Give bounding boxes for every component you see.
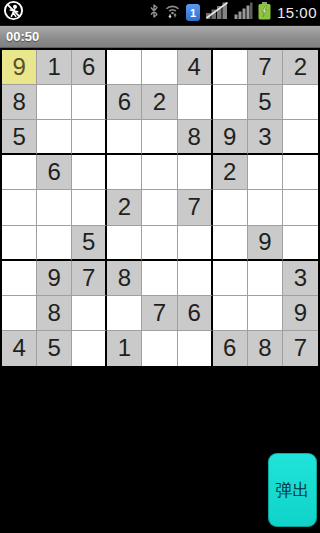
cell-r7c3[interactable]: 7 [72, 261, 107, 296]
cell-r5c3[interactable] [72, 190, 107, 225]
cell-r7c5[interactable] [142, 261, 177, 296]
phone-screen: 1 [0, 0, 320, 533]
cell-r8c2[interactable]: 8 [37, 296, 72, 331]
cell-r3c4[interactable] [107, 120, 142, 155]
cell-r5c2[interactable] [37, 190, 72, 225]
cell-r1c7[interactable] [213, 50, 248, 85]
cell-r6c2[interactable] [37, 226, 72, 261]
cell-r3c9[interactable] [283, 120, 318, 155]
cell-r6c3[interactable]: 5 [72, 226, 107, 261]
cell-r1c8[interactable]: 7 [248, 50, 283, 85]
cell-r2c6[interactable] [178, 85, 213, 120]
cell-r3c7[interactable]: 9 [213, 120, 248, 155]
cell-r9c6[interactable] [178, 331, 213, 366]
sudoku-board: 9164728625589362275997838769451687 [0, 48, 320, 368]
cell-r4c4[interactable] [107, 155, 142, 190]
cell-r9c9[interactable]: 7 [283, 331, 318, 366]
popup-button[interactable]: 弹出 [268, 453, 317, 527]
signal-strength-icon [234, 2, 253, 23]
cell-r3c8[interactable]: 3 [248, 120, 283, 155]
cell-r7c4[interactable]: 8 [107, 261, 142, 296]
cell-r4c3[interactable] [72, 155, 107, 190]
battery-charging-icon [258, 2, 271, 24]
cell-r2c8[interactable]: 5 [248, 85, 283, 120]
cell-r7c7[interactable] [213, 261, 248, 296]
wifi-activity-icon [164, 2, 181, 23]
cell-r4c7[interactable]: 2 [213, 155, 248, 190]
cell-r9c2[interactable]: 5 [37, 331, 72, 366]
cell-r1c3[interactable]: 6 [72, 50, 107, 85]
cell-r4c5[interactable] [142, 155, 177, 190]
cell-r7c8[interactable] [248, 261, 283, 296]
cell-r9c4[interactable]: 1 [107, 331, 142, 366]
cell-r1c6[interactable]: 4 [178, 50, 213, 85]
signal-roaming-icon [205, 2, 229, 23]
cell-r5c1[interactable] [2, 190, 37, 225]
sim-badge: 1 [186, 4, 200, 21]
status-clock: 15:00 [276, 4, 317, 21]
cell-r8c9[interactable]: 9 [283, 296, 318, 331]
cell-r9c3[interactable] [72, 331, 107, 366]
timer-bar: 00:50 [0, 26, 320, 48]
cell-r3c5[interactable] [142, 120, 177, 155]
cell-r7c2[interactable]: 9 [37, 261, 72, 296]
cell-r9c8[interactable]: 8 [248, 331, 283, 366]
cell-r8c8[interactable] [248, 296, 283, 331]
cell-r8c4[interactable] [107, 296, 142, 331]
timer-value: 00:50 [6, 29, 39, 44]
cell-r3c2[interactable] [37, 120, 72, 155]
cell-r3c1[interactable]: 5 [2, 120, 37, 155]
cell-r3c6[interactable]: 8 [178, 120, 213, 155]
cell-r6c5[interactable] [142, 226, 177, 261]
cell-r1c9[interactable]: 2 [283, 50, 318, 85]
cell-r4c8[interactable] [248, 155, 283, 190]
cell-r4c1[interactable] [2, 155, 37, 190]
cell-r1c5[interactable] [142, 50, 177, 85]
cell-r7c1[interactable] [2, 261, 37, 296]
cell-r2c9[interactable] [283, 85, 318, 120]
bluetooth-icon [149, 3, 159, 23]
cell-r6c4[interactable] [107, 226, 142, 261]
cell-r4c6[interactable] [178, 155, 213, 190]
cell-r7c9[interactable]: 3 [283, 261, 318, 296]
cell-r5c7[interactable] [213, 190, 248, 225]
cell-r8c5[interactable]: 7 [142, 296, 177, 331]
cell-r1c1[interactable]: 9 [2, 50, 37, 85]
status-bar: 1 [0, 0, 320, 26]
cell-r4c9[interactable] [283, 155, 318, 190]
cell-r4c2[interactable]: 6 [37, 155, 72, 190]
cell-r2c4[interactable]: 6 [107, 85, 142, 120]
cell-r2c1[interactable]: 8 [2, 85, 37, 120]
cell-r2c2[interactable] [37, 85, 72, 120]
cell-r5c8[interactable] [248, 190, 283, 225]
blocking-mode-icon [3, 0, 24, 25]
bottom-panel: 弹出 [0, 368, 320, 533]
cell-r1c2[interactable]: 1 [37, 50, 72, 85]
cell-r5c5[interactable] [142, 190, 177, 225]
cell-r2c7[interactable] [213, 85, 248, 120]
cell-r5c9[interactable] [283, 190, 318, 225]
cell-r3c3[interactable] [72, 120, 107, 155]
cell-r7c6[interactable] [178, 261, 213, 296]
cell-r6c8[interactable]: 9 [248, 226, 283, 261]
cell-r8c7[interactable] [213, 296, 248, 331]
cell-r9c1[interactable]: 4 [2, 331, 37, 366]
cell-r1c4[interactable] [107, 50, 142, 85]
cell-r6c9[interactable] [283, 226, 318, 261]
cell-r6c6[interactable] [178, 226, 213, 261]
cell-r2c5[interactable]: 2 [142, 85, 177, 120]
cell-r6c1[interactable] [2, 226, 37, 261]
cell-r8c6[interactable]: 6 [178, 296, 213, 331]
cell-r5c4[interactable]: 2 [107, 190, 142, 225]
cell-r9c7[interactable]: 6 [213, 331, 248, 366]
cell-r9c5[interactable] [142, 331, 177, 366]
cell-r2c3[interactable] [72, 85, 107, 120]
cell-r6c7[interactable] [213, 226, 248, 261]
cell-r8c3[interactable] [72, 296, 107, 331]
cell-r5c6[interactable]: 7 [178, 190, 213, 225]
cell-r8c1[interactable] [2, 296, 37, 331]
